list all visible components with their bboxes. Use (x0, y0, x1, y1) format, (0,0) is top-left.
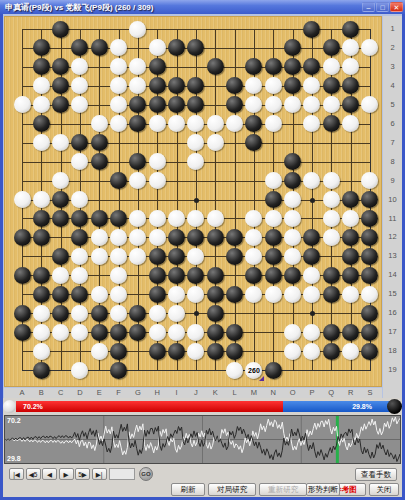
black-stone (226, 286, 243, 303)
black-stone (33, 210, 50, 227)
row-label: 13 (383, 251, 402, 260)
white-stone (33, 191, 50, 208)
white-stone (52, 267, 69, 284)
black-stone (149, 267, 166, 284)
column-label: S (367, 388, 372, 397)
action-buttons: 刷新 对局研究 重新研究 生成参考图 形势判断 关闭 (3, 483, 402, 497)
white-stone (284, 286, 301, 303)
graph-top-label: 70.2 (7, 417, 21, 424)
row-label: 4 (383, 81, 402, 90)
white-stone (284, 343, 301, 360)
white-stone (149, 305, 166, 322)
black-stone (323, 115, 340, 132)
white-stone (149, 229, 166, 246)
white-stone (149, 210, 166, 227)
white-stone (361, 96, 378, 113)
row-label: 10 (383, 195, 402, 204)
column-label: R (348, 388, 353, 397)
white-stone (265, 115, 282, 132)
column-coordinates: ABCDEFGHIJKLMNOPQRS (4, 388, 382, 398)
white-stone (265, 286, 282, 303)
column-label: P (309, 388, 314, 397)
black-stone (33, 286, 50, 303)
black-stone (110, 210, 127, 227)
white-stone (226, 362, 243, 379)
black-stone (149, 96, 166, 113)
black-stone (52, 21, 69, 38)
black-stone (91, 153, 108, 170)
black-stone (361, 267, 378, 284)
playback-last-button[interactable]: ▶| (92, 468, 107, 480)
window-title: 申真谞(P9段) vs 党毅飞(P9段) (260 / 309) (2, 2, 361, 13)
white-stone (71, 362, 88, 379)
white-stone (323, 210, 340, 227)
black-stone (342, 324, 359, 341)
black-stone (361, 229, 378, 246)
black-stone (14, 305, 31, 322)
close-button[interactable]: 关闭 (369, 483, 399, 496)
row-label: 18 (383, 346, 402, 355)
situation-judge-button[interactable]: 形势判断 (306, 483, 340, 496)
black-stone (207, 324, 224, 341)
white-stone (323, 229, 340, 246)
maximize-button[interactable]: □ (376, 2, 389, 12)
black-winrate-label: 29.8% (352, 403, 372, 410)
playback-back5-button[interactable]: ◀5 (26, 468, 41, 480)
black-stone (361, 210, 378, 227)
playback-forward5-button[interactable]: 5▶ (75, 468, 90, 480)
white-stone (14, 191, 31, 208)
white-stone (91, 286, 108, 303)
white-stone (168, 305, 185, 322)
white-stone (91, 248, 108, 265)
column-label: O (290, 388, 296, 397)
black-stone (52, 248, 69, 265)
black-stone (361, 324, 378, 341)
column-label: D (77, 388, 82, 397)
black-stone (226, 248, 243, 265)
white-stone (342, 286, 359, 303)
white-stone (361, 39, 378, 56)
black-stone (33, 362, 50, 379)
row-label: 12 (383, 232, 402, 241)
white-stone (323, 172, 340, 189)
row-label: 9 (383, 176, 402, 185)
black-stone (361, 305, 378, 322)
white-stone (265, 172, 282, 189)
black-stone (361, 191, 378, 208)
black-stone (265, 248, 282, 265)
column-label: M (251, 388, 257, 397)
black-stone (168, 343, 185, 360)
white-stone (187, 343, 204, 360)
playback-first-button[interactable]: |◀ (9, 468, 24, 480)
white-stone (265, 77, 282, 94)
black-stone (168, 229, 185, 246)
black-stone (149, 286, 166, 303)
row-label: 7 (383, 138, 402, 147)
black-stone (33, 115, 50, 132)
row-label: 14 (383, 270, 402, 279)
row-label: 8 (383, 157, 402, 166)
game-study-button[interactable]: 对局研究 (208, 483, 256, 496)
row-label: 1 (383, 24, 402, 33)
white-stone (149, 172, 166, 189)
white-stone (52, 324, 69, 341)
board-panel: 260 ABCDEFGHIJKLMNOPQRS 1234567891011121… (3, 14, 402, 398)
restudy-button-disabled[interactable]: 重新研究 (259, 483, 307, 496)
row-label: 6 (383, 119, 402, 128)
white-stone (168, 210, 185, 227)
analysis-panel: 70.2% 29.8% 70.2 29.8 GO 查看手数 |◀◀5◀▶5▶▶|… (3, 398, 402, 497)
black-stone (265, 267, 282, 284)
black-stone (33, 229, 50, 246)
title-bar: 申真谞(P9段) vs 党毅飞(P9段) (260 / 309) – □ ✕ (0, 0, 405, 14)
white-stone (284, 248, 301, 265)
row-label: 11 (383, 214, 402, 223)
white-stone (168, 324, 185, 341)
white-stone (265, 96, 282, 113)
black-stone (265, 191, 282, 208)
white-stone (207, 210, 224, 227)
black-stone (342, 21, 359, 38)
black-stone (323, 286, 340, 303)
black-stone (91, 210, 108, 227)
close-icon[interactable]: ✕ (390, 2, 403, 12)
column-label: K (213, 388, 218, 397)
column-label: G (135, 388, 141, 397)
black-stone-icon (387, 399, 402, 414)
white-stone (14, 96, 31, 113)
black-winrate-fill (283, 401, 395, 412)
column-label: B (39, 388, 44, 397)
black-stone (207, 286, 224, 303)
black-stone (207, 229, 224, 246)
refresh-button[interactable]: 刷新 (171, 483, 205, 496)
column-label: H (155, 388, 160, 397)
column-label: Q (328, 388, 334, 397)
star-point (310, 198, 315, 203)
black-stone (361, 343, 378, 360)
black-stone (110, 343, 127, 360)
black-stone (168, 248, 185, 265)
white-winrate-fill (16, 401, 283, 412)
white-stone (149, 153, 166, 170)
white-stone (284, 324, 301, 341)
row-label: 15 (383, 289, 402, 298)
white-stone (303, 343, 320, 360)
white-stone (33, 305, 50, 322)
black-stone (303, 21, 320, 38)
row-label: 3 (383, 62, 402, 71)
black-stone (323, 324, 340, 341)
white-stone (284, 210, 301, 227)
row-label: 2 (383, 43, 402, 52)
black-stone (265, 362, 282, 379)
black-stone (91, 134, 108, 151)
white-stone (33, 324, 50, 341)
white-winrate-label: 70.2% (23, 403, 43, 410)
black-stone (149, 343, 166, 360)
white-stone (110, 286, 127, 303)
white-stone (323, 191, 340, 208)
column-label: I (176, 388, 178, 397)
column-label: J (194, 388, 198, 397)
black-stone (226, 324, 243, 341)
black-stone (110, 362, 127, 379)
black-stone (52, 305, 69, 322)
black-stone (342, 267, 359, 284)
goban: 260 (4, 16, 382, 387)
last-move-marker-icon (259, 376, 264, 381)
black-stone (207, 343, 224, 360)
white-stone-icon (3, 400, 16, 413)
last-move-stone: 260 (245, 362, 262, 379)
black-stone (207, 267, 224, 284)
white-stone (168, 286, 185, 303)
white-stone (323, 96, 340, 113)
black-stone (323, 343, 340, 360)
move-number-input[interactable] (109, 468, 135, 480)
column-label: C (58, 388, 63, 397)
column-label: E (97, 388, 102, 397)
app-window: 申真谞(P9段) vs 党毅飞(P9段) (260 / 309) – □ ✕ 2… (0, 0, 405, 500)
column-label: F (116, 388, 121, 397)
row-coordinates: 12345678910111213141516171819 (383, 16, 402, 398)
white-stone (110, 267, 127, 284)
winrate-bar: 70.2% 29.8% (3, 400, 402, 413)
white-stone (265, 210, 282, 227)
white-stone (149, 115, 166, 132)
black-stone (207, 305, 224, 322)
white-stone (91, 229, 108, 246)
black-stone (33, 267, 50, 284)
white-stone (149, 324, 166, 341)
black-stone (323, 77, 340, 94)
white-stone (33, 343, 50, 360)
black-stone (265, 229, 282, 246)
black-stone (91, 324, 108, 341)
white-stone (284, 229, 301, 246)
white-stone (342, 343, 359, 360)
column-label: A (19, 388, 24, 397)
playback-forward-button[interactable]: ▶ (59, 468, 74, 480)
view-moves-button[interactable]: 查看手数 (355, 468, 397, 481)
winrate-graph[interactable]: 70.2 29.8 (4, 415, 401, 464)
white-stone (207, 115, 224, 132)
black-stone (342, 229, 359, 246)
black-stone (14, 267, 31, 284)
row-label: 17 (383, 327, 402, 336)
minimize-button[interactable]: – (362, 2, 375, 12)
row-label: 5 (383, 100, 402, 109)
black-stone (52, 286, 69, 303)
column-label: L (233, 388, 237, 397)
star-point (194, 198, 199, 203)
black-stone (342, 248, 359, 265)
white-stone (110, 305, 127, 322)
white-stone (110, 248, 127, 265)
white-stone (91, 343, 108, 360)
white-stone (91, 115, 108, 132)
black-stone (323, 267, 340, 284)
white-stone (110, 229, 127, 246)
black-stone (284, 267, 301, 284)
go-button[interactable]: GO (139, 467, 153, 481)
black-stone (361, 248, 378, 265)
black-stone (14, 229, 31, 246)
white-stone (342, 210, 359, 227)
playback-back-button[interactable]: ◀ (42, 468, 57, 480)
row-label: 19 (383, 365, 402, 374)
white-stone (361, 286, 378, 303)
white-stone (207, 134, 224, 151)
black-stone (226, 343, 243, 360)
black-stone (110, 324, 127, 341)
playback-controls: GO 查看手数 |◀◀5◀▶5▶▶| (3, 468, 402, 482)
black-stone (91, 305, 108, 322)
black-stone (149, 248, 166, 265)
white-stone (129, 21, 146, 38)
black-stone (14, 324, 31, 341)
white-stone (33, 96, 50, 113)
black-stone (168, 267, 185, 284)
graph-bottom-label: 29.8 (7, 455, 21, 462)
black-stone (226, 229, 243, 246)
white-stone (33, 134, 50, 151)
column-label: N (271, 388, 276, 397)
white-stone (361, 172, 378, 189)
row-label: 16 (383, 308, 402, 317)
